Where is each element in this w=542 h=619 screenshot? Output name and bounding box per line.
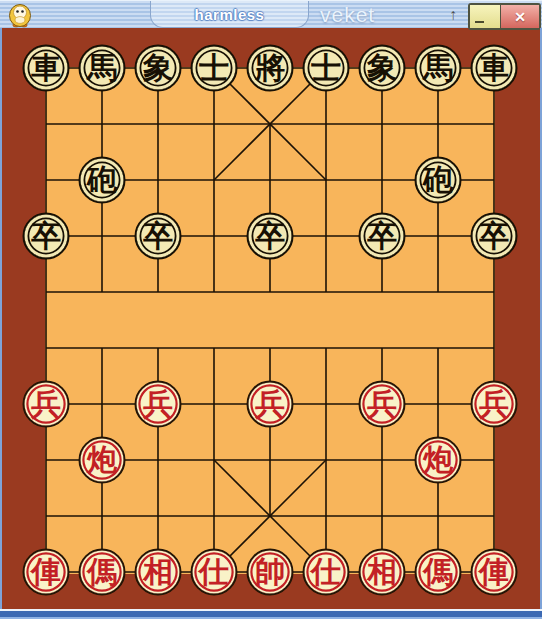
- board-grid: [45, 67, 495, 574]
- piece-black-horse[interactable]: 馬: [79, 45, 126, 92]
- piece-red-cannon[interactable]: 炮: [79, 437, 126, 484]
- piece-red-horse[interactable]: 傌: [415, 549, 462, 596]
- xiangqi-window: harmless veket ↑ ✕ 車馬象士將士象馬車砲砲卒卒卒卒卒兵兵兵兵兵…: [0, 0, 542, 619]
- piece-red-soldier[interactable]: 兵: [247, 381, 294, 428]
- piece-black-soldier[interactable]: 卒: [23, 213, 70, 260]
- piece-red-advisor[interactable]: 仕: [303, 549, 350, 596]
- piece-red-horse[interactable]: 傌: [79, 549, 126, 596]
- window-buttons: ✕: [468, 3, 541, 30]
- piece-black-elephant[interactable]: 象: [135, 45, 182, 92]
- piece-black-elephant[interactable]: 象: [359, 45, 406, 92]
- app-icon: [7, 2, 33, 28]
- piece-red-cannon[interactable]: 炮: [415, 437, 462, 484]
- piece-red-advisor[interactable]: 仕: [191, 549, 238, 596]
- piece-red-elephant[interactable]: 相: [135, 549, 182, 596]
- piece-red-general[interactable]: 帥: [247, 549, 294, 596]
- piece-red-soldier[interactable]: 兵: [359, 381, 406, 428]
- piece-red-soldier[interactable]: 兵: [135, 381, 182, 428]
- window-border-left: [0, 28, 2, 619]
- close-icon: ✕: [514, 9, 526, 25]
- piece-red-chariot[interactable]: 俥: [23, 549, 70, 596]
- shade-button[interactable]: ↑: [443, 4, 463, 25]
- title-bar[interactable]: harmless veket ↑ ✕: [0, 0, 542, 28]
- piece-red-elephant[interactable]: 相: [359, 549, 406, 596]
- piece-black-advisor[interactable]: 士: [303, 45, 350, 92]
- piece-black-chariot[interactable]: 車: [471, 45, 518, 92]
- piece-black-advisor[interactable]: 士: [191, 45, 238, 92]
- piece-black-chariot[interactable]: 車: [23, 45, 70, 92]
- close-button[interactable]: ✕: [501, 5, 539, 28]
- minimize-icon: [475, 21, 484, 23]
- window-title: harmless: [195, 6, 265, 23]
- piece-red-soldier[interactable]: 兵: [23, 381, 70, 428]
- window-title-tab[interactable]: harmless: [150, 1, 309, 28]
- piece-black-soldier[interactable]: 卒: [359, 213, 406, 260]
- board-field[interactable]: 車馬象士將士象馬車砲砲卒卒卒卒卒兵兵兵兵兵炮炮俥傌相仕帥仕相傌俥: [45, 67, 495, 574]
- piece-black-soldier[interactable]: 卒: [471, 213, 518, 260]
- piece-black-soldier[interactable]: 卒: [247, 213, 294, 260]
- piece-black-general[interactable]: 將: [247, 45, 294, 92]
- piece-black-cannon[interactable]: 砲: [79, 157, 126, 204]
- piece-black-horse[interactable]: 馬: [415, 45, 462, 92]
- piece-red-chariot[interactable]: 俥: [471, 549, 518, 596]
- piece-black-cannon[interactable]: 砲: [415, 157, 462, 204]
- piece-red-soldier[interactable]: 兵: [471, 381, 518, 428]
- piece-black-soldier[interactable]: 卒: [135, 213, 182, 260]
- desktop-label: veket: [320, 3, 375, 27]
- shade-arrow-icon: ↑: [449, 6, 457, 24]
- minimize-button[interactable]: [470, 5, 501, 28]
